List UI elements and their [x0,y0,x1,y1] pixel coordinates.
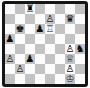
square-g5[interactable] [65,34,75,44]
square-d1[interactable] [35,74,45,84]
square-g7[interactable]: ♛ [65,14,75,24]
white-pawn-icon: ♙ [65,44,75,54]
square-e6[interactable]: ♖ [45,24,55,34]
white-king-icon: ♔ [65,74,75,84]
square-a3[interactable]: ♙ [5,54,15,64]
square-b4[interactable] [15,44,25,54]
square-f6[interactable] [55,24,65,34]
square-b2[interactable]: ♙ [15,64,25,74]
square-f8[interactable] [55,4,65,14]
square-e4[interactable] [45,44,55,54]
square-c5[interactable] [25,34,35,44]
black-knight-icon: ♞ [75,44,85,54]
square-e5[interactable] [45,34,55,44]
white-pawn-icon: ♙ [15,64,25,74]
square-h1[interactable] [75,74,85,84]
square-f7[interactable] [55,14,65,24]
square-c3[interactable]: ♟ [25,54,35,64]
square-b8[interactable] [15,4,25,14]
square-h4[interactable]: ♞ [75,44,85,54]
chess-board: ♜♙♛♚♟♖♟♙♞♙♟♕♙♙♔ [5,4,85,84]
white-queen-icon: ♕ [65,54,75,64]
square-e3[interactable] [45,54,55,64]
white-pawn-icon: ♙ [45,14,55,24]
square-b5[interactable] [15,34,25,44]
square-a4[interactable] [5,44,15,54]
square-d5[interactable] [35,34,45,44]
square-d8[interactable] [35,4,45,14]
square-h6[interactable] [75,24,85,34]
square-d2[interactable] [35,64,45,74]
square-e8[interactable] [45,4,55,14]
square-g1[interactable]: ♔ [65,74,75,84]
square-d6[interactable]: ♟ [35,24,45,34]
square-d7[interactable] [35,14,45,24]
square-c1[interactable] [25,74,35,84]
square-h5[interactable] [75,34,85,44]
black-pawn-icon: ♟ [35,24,45,34]
square-h3[interactable] [75,54,85,64]
square-g2[interactable]: ♙ [65,64,75,74]
square-c2[interactable] [25,64,35,74]
square-h7[interactable] [75,14,85,24]
square-b3[interactable] [15,54,25,64]
board-frame: ♜♙♛♚♟♖♟♙♞♙♟♕♙♙♔ [2,1,88,87]
square-a2[interactable] [5,64,15,74]
square-b1[interactable] [15,74,25,84]
black-rook-icon: ♜ [25,4,35,14]
square-h2[interactable] [75,64,85,74]
square-d3[interactable] [35,54,45,64]
square-a8[interactable] [5,4,15,14]
square-a6[interactable] [5,24,15,34]
square-f4[interactable] [55,44,65,54]
square-g3[interactable]: ♕ [65,54,75,64]
square-g6[interactable] [65,24,75,34]
square-f3[interactable] [55,54,65,64]
square-e7[interactable]: ♙ [45,14,55,24]
square-b7[interactable] [15,14,25,24]
square-c6[interactable] [25,24,35,34]
chess-diagram: ♜♙♛♚♟♖♟♙♞♙♟♕♙♙♔ [0,0,90,88]
square-c8[interactable]: ♜ [25,4,35,14]
square-b6[interactable]: ♚ [15,24,25,34]
square-f5[interactable] [55,34,65,44]
black-pawn-icon: ♟ [25,54,35,64]
black-king-icon: ♚ [15,24,25,34]
square-g8[interactable] [65,4,75,14]
square-g4[interactable]: ♙ [65,44,75,54]
square-h8[interactable] [75,4,85,14]
black-queen-icon: ♛ [65,14,75,24]
square-d4[interactable] [35,44,45,54]
square-a1[interactable] [5,74,15,84]
square-c4[interactable] [25,44,35,54]
square-a5[interactable]: ♟ [5,34,15,44]
black-pawn-icon: ♟ [5,34,15,44]
square-e1[interactable] [45,74,55,84]
white-pawn-icon: ♙ [65,64,75,74]
square-c7[interactable] [25,14,35,24]
square-a7[interactable] [5,14,15,24]
white-rook-icon: ♖ [45,24,55,34]
white-pawn-icon: ♙ [5,54,15,64]
square-f2[interactable] [55,64,65,74]
square-e2[interactable] [45,64,55,74]
square-f1[interactable] [55,74,65,84]
